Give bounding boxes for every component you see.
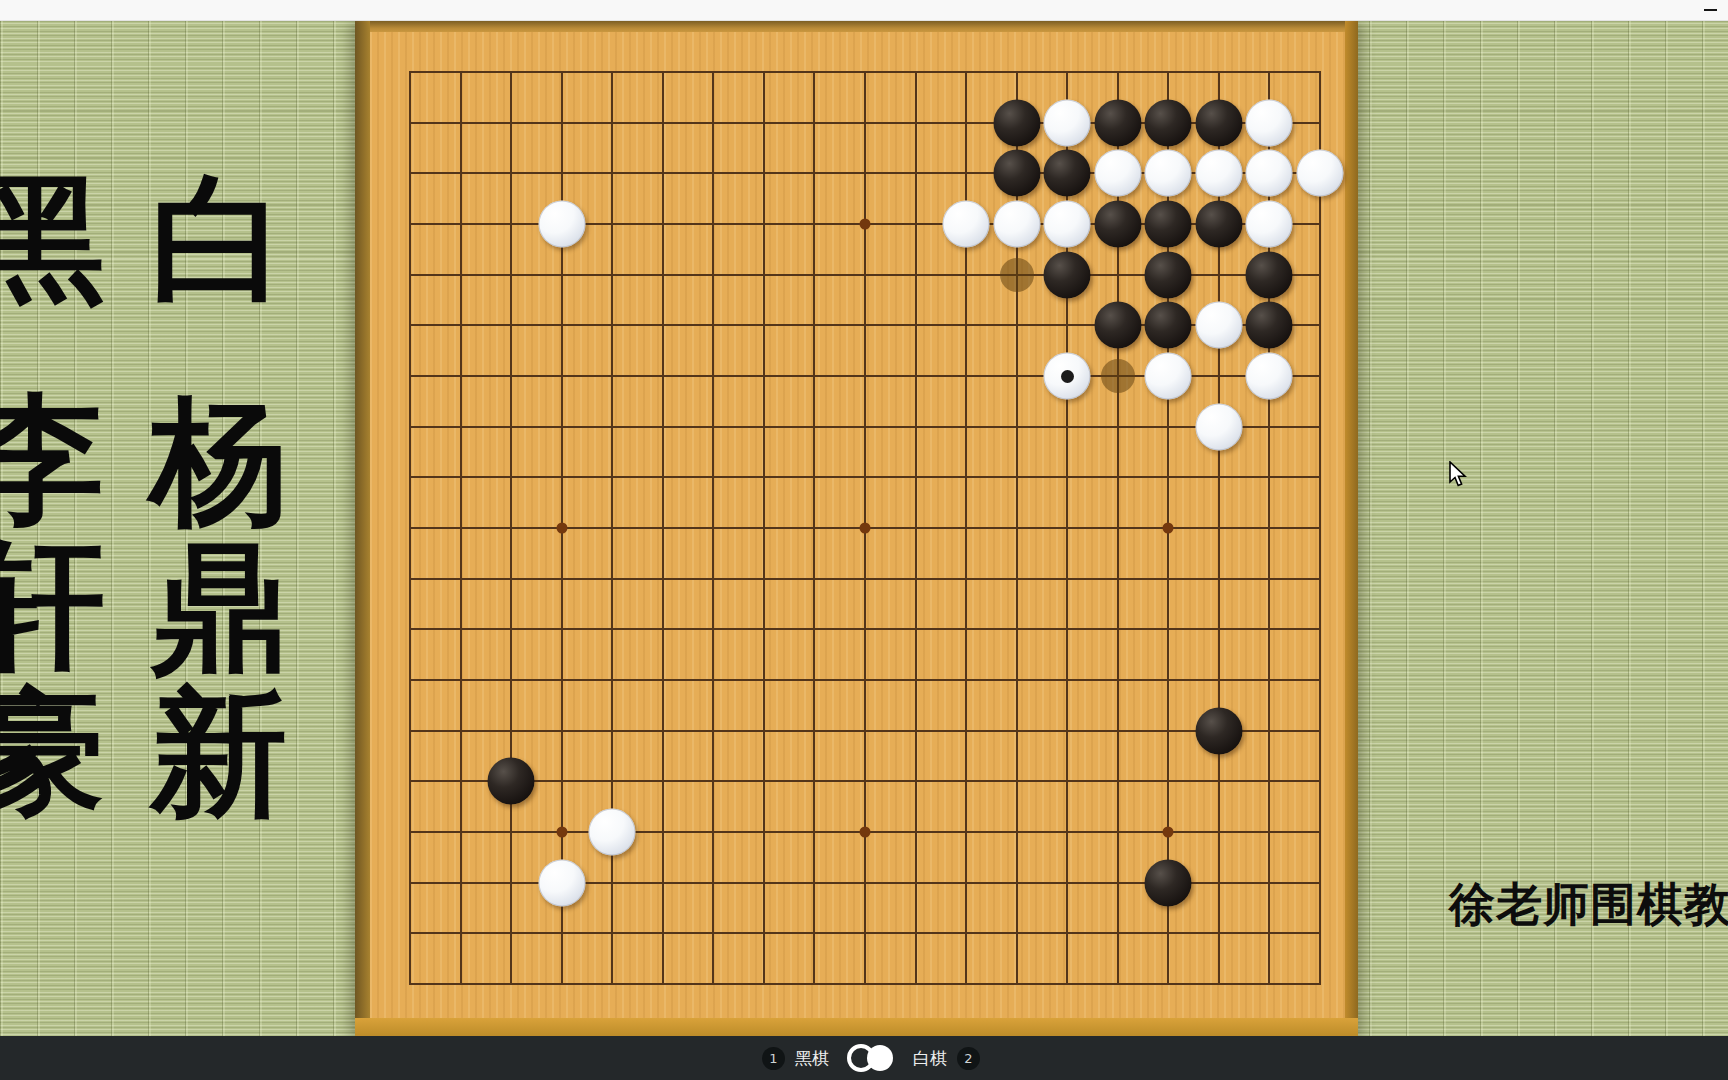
white-stone[interactable] [538, 201, 585, 248]
name-char: 李 [0, 390, 105, 530]
board-grid[interactable] [410, 72, 1320, 984]
white-stone[interactable] [1145, 150, 1192, 197]
black-stone[interactable] [1195, 707, 1242, 754]
color-toggle[interactable] [847, 1043, 895, 1073]
captured-stone-ghost [1101, 359, 1135, 393]
grid-line-horizontal [409, 932, 1321, 934]
titlebar [0, 0, 1728, 21]
white-stone[interactable] [538, 859, 585, 906]
white-stones-label: 白棋 [913, 1047, 947, 1070]
black-stone[interactable] [993, 99, 1040, 146]
name-char: 豪 [0, 682, 105, 822]
white-stone[interactable] [1246, 150, 1293, 197]
black-stone[interactable] [1145, 201, 1192, 248]
grid-line-horizontal [409, 780, 1321, 782]
last-move-marker [1061, 370, 1074, 383]
name-char: 鼎 [150, 538, 288, 678]
bottom-bar: 1 黑棋 白棋 2 [0, 1036, 1728, 1080]
board-edge-bottom [355, 1018, 1358, 1036]
white-stone[interactable] [943, 201, 990, 248]
black-stone[interactable] [1195, 99, 1242, 146]
name-char: 轩 [0, 536, 105, 676]
minimize-button[interactable] [1704, 9, 1717, 11]
grid-line-horizontal [409, 983, 1321, 985]
black-count-badge: 1 [762, 1047, 785, 1070]
white-stone[interactable] [1195, 150, 1242, 197]
captured-stone-ghost [1000, 258, 1034, 292]
white-stone[interactable] [1246, 201, 1293, 248]
grid-line-horizontal [409, 628, 1321, 630]
grid-line-horizontal [409, 679, 1321, 681]
black-stone[interactable] [1094, 201, 1141, 248]
grid-line-vertical [1319, 71, 1321, 985]
black-stones-label: 黑棋 [795, 1047, 829, 1070]
board-edge-right [1345, 21, 1358, 1036]
star-point [1163, 523, 1174, 534]
white-stone[interactable] [1044, 99, 1091, 146]
white-count-badge: 2 [957, 1047, 980, 1070]
star-point [1163, 827, 1174, 838]
white-stone[interactable] [1044, 353, 1091, 400]
white-stone[interactable] [1094, 150, 1141, 197]
star-point [556, 827, 567, 838]
black-player-label: 黑 [0, 170, 105, 310]
name-char: 新 [150, 684, 288, 824]
black-stone[interactable] [1246, 251, 1293, 298]
watermark-text: 徐老师围棋教室 [1449, 874, 1728, 936]
black-stone[interactable] [1145, 251, 1192, 298]
black-stone[interactable] [1195, 201, 1242, 248]
white-stone[interactable] [1145, 353, 1192, 400]
turn-indicator: 1 黑棋 白棋 2 [762, 1036, 980, 1080]
white-stone[interactable] [993, 201, 1040, 248]
star-point [860, 219, 871, 230]
black-stone[interactable] [1246, 302, 1293, 349]
black-stone[interactable] [1145, 859, 1192, 906]
black-stone[interactable] [1094, 302, 1141, 349]
grid-line-horizontal [409, 578, 1321, 580]
grid-line-horizontal [409, 730, 1321, 732]
star-point [860, 523, 871, 534]
white-player-label: 白 [150, 170, 288, 310]
star-point [556, 523, 567, 534]
black-stone[interactable] [488, 758, 535, 805]
black-stone[interactable] [1145, 302, 1192, 349]
white-stone[interactable] [1246, 353, 1293, 400]
black-stone[interactable] [1044, 251, 1091, 298]
white-stone[interactable] [1246, 99, 1293, 146]
white-stone[interactable] [1297, 150, 1344, 197]
grid-line-vertical [915, 71, 917, 985]
go-board[interactable] [355, 21, 1358, 1036]
white-stone[interactable] [1195, 302, 1242, 349]
white-stone[interactable] [589, 809, 636, 856]
black-stone[interactable] [993, 150, 1040, 197]
black-stone[interactable] [1094, 99, 1141, 146]
board-edge-left [355, 21, 370, 1036]
white-stone[interactable] [1195, 403, 1242, 450]
white-stone[interactable] [1044, 201, 1091, 248]
board-surface[interactable] [370, 32, 1345, 1018]
name-char: 杨 [150, 392, 288, 532]
black-stone[interactable] [1145, 99, 1192, 146]
black-stone[interactable] [1044, 150, 1091, 197]
white-stone-icon [867, 1045, 893, 1071]
star-point [860, 827, 871, 838]
